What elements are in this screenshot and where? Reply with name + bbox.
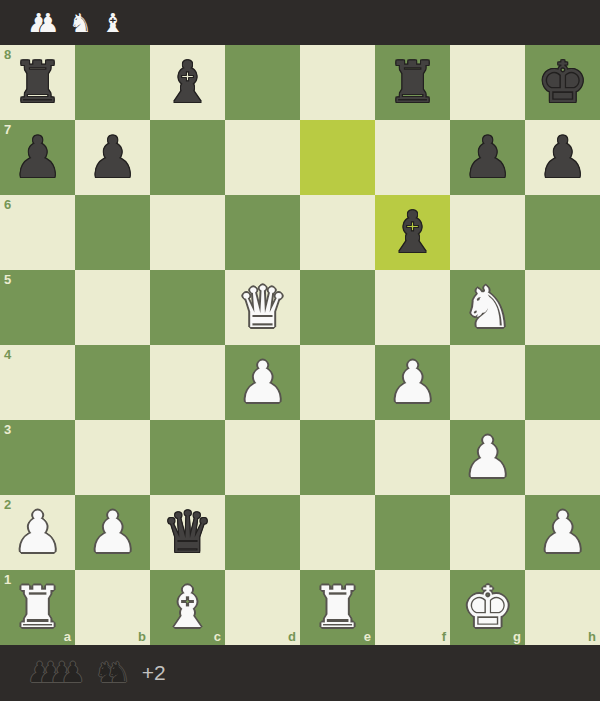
square-h1[interactable]: h	[525, 570, 600, 645]
square-c4[interactable]	[150, 345, 225, 420]
white-pawn[interactable]: ♟	[75, 495, 150, 570]
white-queen[interactable]: ♛	[225, 270, 300, 345]
black-king[interactable]: ♚	[525, 45, 600, 120]
square-f3[interactable]	[375, 420, 450, 495]
square-e4[interactable]	[300, 345, 375, 420]
square-g3[interactable]: ♟	[450, 420, 525, 495]
square-f8[interactable]: ♜	[375, 45, 450, 120]
rank-label-3: 3	[4, 422, 11, 437]
square-d6[interactable]	[225, 195, 300, 270]
square-d8[interactable]	[225, 45, 300, 120]
square-f1[interactable]: f	[375, 570, 450, 645]
chess-board: 8♜♝♜♚7♟♟♟♟6♝5♛♞4♟♟3♟2♟♟♛♟1a♜bc♝de♜fg♚h	[0, 45, 600, 645]
rank-label-6: 6	[4, 197, 11, 212]
square-g5[interactable]: ♞	[450, 270, 525, 345]
square-c6[interactable]	[150, 195, 225, 270]
square-h7[interactable]: ♟	[525, 120, 600, 195]
square-h4[interactable]	[525, 345, 600, 420]
captured-group: ♞♞	[94, 659, 130, 687]
white-rook[interactable]: ♜	[300, 570, 375, 645]
square-e7[interactable]	[300, 120, 375, 195]
square-h5[interactable]	[525, 270, 600, 345]
square-h2[interactable]: ♟	[525, 495, 600, 570]
white-rook[interactable]: ♜	[0, 570, 75, 645]
black-pawn[interactable]: ♟	[525, 120, 600, 195]
square-f2[interactable]	[375, 495, 450, 570]
square-a8[interactable]: 8♜	[0, 45, 75, 120]
square-f5[interactable]	[375, 270, 450, 345]
square-d2[interactable]	[225, 495, 300, 570]
file-label-d: d	[288, 629, 296, 644]
square-d7[interactable]	[225, 120, 300, 195]
square-b7[interactable]: ♟	[75, 120, 150, 195]
square-b5[interactable]	[75, 270, 150, 345]
black-bishop[interactable]: ♝	[375, 195, 450, 270]
file-label-h: h	[588, 629, 596, 644]
square-g2[interactable]	[450, 495, 525, 570]
square-e5[interactable]	[300, 270, 375, 345]
file-label-b: b	[138, 629, 146, 644]
rank-label-5: 5	[4, 272, 11, 287]
top-player-bar: ♟♟♞♝	[0, 0, 600, 45]
square-d5[interactable]: ♛	[225, 270, 300, 345]
white-pawn[interactable]: ♟	[0, 495, 75, 570]
white-pawn[interactable]: ♟	[450, 420, 525, 495]
square-g8[interactable]	[450, 45, 525, 120]
square-b3[interactable]	[75, 420, 150, 495]
square-c8[interactable]: ♝	[150, 45, 225, 120]
black-bishop[interactable]: ♝	[150, 45, 225, 120]
square-h3[interactable]	[525, 420, 600, 495]
black-pawn[interactable]: ♟	[0, 120, 75, 195]
square-e6[interactable]	[300, 195, 375, 270]
captured-knight-icon: ♞	[106, 659, 131, 687]
square-b6[interactable]	[75, 195, 150, 270]
square-f6[interactable]: ♝	[375, 195, 450, 270]
square-g4[interactable]	[450, 345, 525, 420]
square-a7[interactable]: 7♟	[0, 120, 75, 195]
square-a2[interactable]: 2♟	[0, 495, 75, 570]
square-b8[interactable]	[75, 45, 150, 120]
square-c7[interactable]	[150, 120, 225, 195]
square-d4[interactable]: ♟	[225, 345, 300, 420]
captured-pawn-icon: ♟	[60, 659, 85, 687]
captured-knight-icon: ♞	[69, 10, 92, 36]
square-a6[interactable]: 6	[0, 195, 75, 270]
square-c5[interactable]	[150, 270, 225, 345]
square-a1[interactable]: 1a♜	[0, 570, 75, 645]
square-d3[interactable]	[225, 420, 300, 495]
square-f7[interactable]	[375, 120, 450, 195]
square-c2[interactable]: ♛	[150, 495, 225, 570]
captured-group: ♞	[69, 10, 92, 36]
captured-bishop-icon: ♝	[101, 10, 124, 36]
captured-group: ♟♟	[27, 10, 60, 36]
square-g1[interactable]: g♚	[450, 570, 525, 645]
white-pawn[interactable]: ♟	[375, 345, 450, 420]
white-pawn[interactable]: ♟	[225, 345, 300, 420]
black-pawn[interactable]: ♟	[75, 120, 150, 195]
square-a3[interactable]: 3	[0, 420, 75, 495]
file-label-f: f	[442, 629, 446, 644]
square-a5[interactable]: 5	[0, 270, 75, 345]
captured-white-pieces-tray: ♟♟♞♝	[27, 10, 133, 36]
bottom-player-bar: ♟♟♟♟♞♞ +2	[0, 645, 600, 701]
captured-black-pieces-tray: ♟♟♟♟♞♞	[27, 659, 140, 687]
square-g6[interactable]	[450, 195, 525, 270]
square-e2[interactable]	[300, 495, 375, 570]
white-pawn[interactable]: ♟	[525, 495, 600, 570]
square-e8[interactable]	[300, 45, 375, 120]
material-advantage: +2	[142, 661, 166, 685]
white-knight[interactable]: ♞	[450, 270, 525, 345]
captured-pawn-icon: ♟	[36, 10, 59, 36]
square-g7[interactable]: ♟	[450, 120, 525, 195]
square-a4[interactable]: 4	[0, 345, 75, 420]
square-f4[interactable]: ♟	[375, 345, 450, 420]
square-b2[interactable]: ♟	[75, 495, 150, 570]
square-c1[interactable]: c♝	[150, 570, 225, 645]
white-king[interactable]: ♚	[450, 570, 525, 645]
black-rook[interactable]: ♜	[0, 45, 75, 120]
rank-label-4: 4	[4, 347, 11, 362]
black-rook[interactable]: ♜	[375, 45, 450, 120]
black-pawn[interactable]: ♟	[450, 120, 525, 195]
captured-group: ♝	[101, 10, 124, 36]
square-e1[interactable]: e♜	[300, 570, 375, 645]
square-b1[interactable]: b	[75, 570, 150, 645]
white-bishop[interactable]: ♝	[150, 570, 225, 645]
captured-group: ♟♟♟♟	[27, 659, 85, 687]
square-h8[interactable]: ♚	[525, 45, 600, 120]
square-c3[interactable]	[150, 420, 225, 495]
black-queen[interactable]: ♛	[150, 495, 225, 570]
square-h6[interactable]	[525, 195, 600, 270]
square-d1[interactable]: d	[225, 570, 300, 645]
square-b4[interactable]	[75, 345, 150, 420]
square-e3[interactable]	[300, 420, 375, 495]
